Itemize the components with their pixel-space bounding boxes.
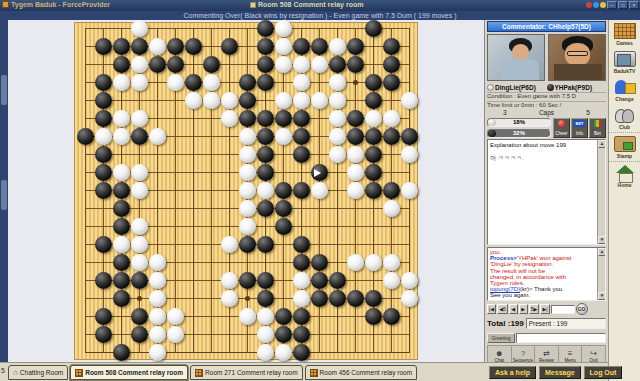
- minimize-button[interactable]: ─: [607, 1, 617, 9]
- white-stone: [311, 56, 328, 73]
- black-stone: [167, 56, 184, 73]
- black-stone-icon: [547, 84, 554, 91]
- quit-icon: ↪: [590, 349, 597, 358]
- app-icon: [2, 1, 9, 8]
- white-stone: [167, 326, 184, 343]
- white-stone: [401, 146, 418, 163]
- white-stone: [257, 308, 274, 325]
- white-stone: [239, 200, 256, 217]
- black-stone: [257, 146, 274, 163]
- white-stone: [383, 110, 400, 127]
- white-stone: [149, 308, 166, 325]
- white-stone: [293, 74, 310, 91]
- black-stone: [257, 110, 274, 127]
- white-stone: [167, 308, 184, 325]
- black-stone: [113, 56, 130, 73]
- black-stone: [95, 74, 112, 91]
- cheer-button[interactable]: Cheer: [553, 118, 570, 138]
- black-stone: [365, 20, 382, 37]
- black-stone: [95, 38, 112, 55]
- tray-icon-red[interactable]: [586, 2, 592, 8]
- white-stone: [365, 254, 382, 271]
- white-stone: [347, 254, 364, 271]
- white-stone: [131, 182, 148, 199]
- title-bar: Tygem Baduk - ForceProvider Room 508 Com…: [0, 0, 640, 11]
- white-stone: [203, 74, 220, 91]
- black-player-name-row: YHPak(P9D): [547, 82, 607, 92]
- white-stone: [293, 56, 310, 73]
- bottom-tab-bar: 5 ⌂ Chatting Room Room 508 Comment relay…: [0, 362, 608, 381]
- white-stone: [221, 290, 238, 307]
- white-stone-icon: [487, 84, 494, 91]
- white-stone: [257, 344, 274, 361]
- dock-handle[interactable]: [1, 180, 7, 210]
- chat-line: 'DingLie' by resignation.: [490, 261, 553, 267]
- white-stone: [329, 92, 346, 109]
- black-stone: [293, 182, 310, 199]
- message-button[interactable]: Message: [539, 366, 581, 379]
- black-stone: [149, 56, 166, 73]
- black-stone: [257, 290, 274, 307]
- goban: [74, 22, 418, 360]
- white-player-photo: [487, 34, 545, 81]
- change-icon: [614, 79, 636, 95]
- white-stone: [131, 254, 148, 271]
- white-stone: [239, 308, 256, 325]
- black-stone: [113, 200, 130, 217]
- white-stone: [239, 146, 256, 163]
- sidebar-item-games[interactable]: Games: [609, 20, 640, 48]
- board-icon: [75, 369, 83, 377]
- chat-line: Process>: [490, 255, 517, 261]
- black-stone: [95, 272, 112, 289]
- white-stone: [293, 272, 310, 289]
- white-stone: [149, 254, 166, 271]
- white-stone: [275, 38, 292, 55]
- black-stone: [347, 110, 364, 127]
- explanation-body: 아 ㅋㅋㅋㅋ.: [488, 149, 605, 163]
- scroll-down-icon[interactable]: ▼: [598, 236, 606, 244]
- black-stone: [275, 308, 292, 325]
- black-stone: [257, 128, 274, 145]
- chat-line: The result will not be: [490, 268, 545, 274]
- white-stone: [365, 110, 382, 127]
- greeting-button[interactable]: Greeting: [487, 333, 515, 343]
- black-stone: [275, 110, 292, 127]
- bet-icon: [594, 120, 601, 127]
- black-stone: [203, 56, 220, 73]
- white-stone: [131, 56, 148, 73]
- last-move-stone: [311, 164, 328, 181]
- nav-first-button[interactable]: |◀: [487, 304, 496, 314]
- black-stone: [347, 128, 364, 145]
- black-stone: [185, 38, 202, 55]
- white-stone: [149, 344, 166, 361]
- black-stone: [257, 236, 274, 253]
- white-stone: [149, 128, 166, 145]
- cheer-icon: [558, 120, 565, 127]
- black-stone: [311, 272, 328, 289]
- scroll-up-icon[interactable]: ▲: [598, 248, 606, 256]
- white-stone: [149, 272, 166, 289]
- black-stone: [293, 254, 310, 271]
- sequence-icon: ?: [521, 349, 525, 358]
- black-stone: [329, 290, 346, 307]
- white-stone: [275, 20, 292, 37]
- black-stone: [401, 128, 418, 145]
- black-stone: [293, 326, 310, 343]
- black-stone: [275, 200, 292, 217]
- home-icon: ⌂: [13, 369, 18, 377]
- black-stone: [365, 182, 382, 199]
- ask-help-button[interactable]: Ask a help: [489, 366, 536, 379]
- sidebar-item-baduktv[interactable]: BadukTV: [609, 48, 640, 76]
- chat-scrollbar[interactable]: ▲ ▼: [597, 248, 605, 300]
- goban-grid[interactable]: [85, 28, 410, 353]
- go-button[interactable]: GO: [576, 303, 588, 315]
- black-stone: [257, 20, 274, 37]
- menu-icon: ≡: [568, 349, 573, 358]
- white-stone: [275, 56, 292, 73]
- board-icon: [310, 369, 318, 377]
- black-stone: [383, 128, 400, 145]
- white-cheer-bar[interactable]: 18%: [487, 118, 551, 127]
- white-stone: [131, 164, 148, 181]
- white-stone: [221, 272, 238, 289]
- white-stone: [113, 74, 130, 91]
- black-stone: [239, 110, 256, 127]
- white-stone: [185, 92, 202, 109]
- time-limit-line: Time limit ur 0min : 60 Sec /: [487, 101, 606, 110]
- board-area: [8, 20, 484, 362]
- sidebar-item-club[interactable]: Club: [609, 104, 640, 132]
- tv-icon: [614, 51, 636, 67]
- black-stone: [311, 290, 328, 307]
- black-stone: [329, 272, 346, 289]
- chat-input[interactable]: [516, 333, 606, 343]
- white-stone: [149, 38, 166, 55]
- white-stone: [221, 236, 238, 253]
- black-stone: [257, 74, 274, 91]
- black-stone: [311, 254, 328, 271]
- black-stone: [95, 146, 112, 163]
- black-stone: [293, 38, 310, 55]
- black-stone: [131, 128, 148, 145]
- black-stone: [257, 56, 274, 73]
- black-stone: [383, 182, 400, 199]
- white-stone: [221, 92, 238, 109]
- caps-white: 3: [503, 109, 507, 117]
- white-stone: [383, 254, 400, 271]
- black-stone: [257, 272, 274, 289]
- white-stone: [329, 146, 346, 163]
- white-stone: [257, 326, 274, 343]
- move-number-input[interactable]: [551, 305, 575, 314]
- black-stone: [95, 110, 112, 127]
- nav-forward-button[interactable]: ▶: [519, 304, 528, 314]
- chat-line: See you again.: [490, 292, 530, 298]
- chat-icon: ☻: [495, 349, 503, 358]
- white-stone: [149, 290, 166, 307]
- black-stone: [347, 290, 364, 307]
- black-stone: [95, 92, 112, 109]
- white-player-name: DingLie(P6D): [495, 84, 536, 91]
- window-title: Tygem Baduk - ForceProvider: [11, 1, 110, 8]
- black-stone: [383, 38, 400, 55]
- black-stone: [293, 236, 310, 253]
- white-stone: [401, 182, 418, 199]
- chat-line: changed, in accordance with: [490, 274, 566, 280]
- black-player-photo: [548, 34, 606, 81]
- tab-room-508[interactable]: Room 508 Comment relay room: [70, 365, 188, 380]
- black-stone: [365, 290, 382, 307]
- black-stone: [131, 308, 148, 325]
- black-stone: [221, 38, 238, 55]
- black-stone: [167, 38, 184, 55]
- tab-room-456[interactable]: Room 456 Comment relay room: [305, 365, 417, 380]
- info-label: Info: [576, 131, 584, 136]
- white-stone: [221, 110, 238, 127]
- black-player-name: YHPak(P9D): [555, 84, 593, 91]
- white-stone: [329, 38, 346, 55]
- logout-button[interactable]: Log Out: [584, 366, 623, 379]
- white-stone: [131, 74, 148, 91]
- club-icon: [614, 107, 636, 123]
- bet-badge: BET: [574, 120, 585, 127]
- black-stone: [95, 308, 112, 325]
- sidebar-item-home[interactable]: Home: [609, 161, 640, 190]
- white-stone: [239, 218, 256, 235]
- black-stone: [113, 254, 130, 271]
- total-moves-label: Total :199: [487, 319, 524, 328]
- star-point: [353, 80, 358, 85]
- close-button[interactable]: ×: [629, 1, 639, 9]
- white-stone: [329, 74, 346, 91]
- black-stone: [257, 200, 274, 217]
- white-stone: [401, 272, 418, 289]
- black-bar-value: 32%: [488, 130, 550, 137]
- black-stone: [365, 92, 382, 109]
- black-stone: [113, 272, 130, 289]
- present-move-box: Present : 199: [526, 318, 606, 329]
- black-stone: [329, 56, 346, 73]
- white-stone: [131, 236, 148, 253]
- tab-overflow-count: 5: [1, 367, 5, 374]
- black-stone: [239, 74, 256, 91]
- black-stone: [365, 164, 382, 181]
- black-stone: [113, 182, 130, 199]
- black-stone: [131, 272, 148, 289]
- condition-line: Condition : Even game with 7.5 D: [487, 92, 606, 101]
- black-stone: [347, 56, 364, 73]
- chat-line: Tygem rules.: [490, 280, 524, 286]
- white-stone: [329, 128, 346, 145]
- black-stone: [293, 308, 310, 325]
- black-stone: [131, 38, 148, 55]
- star-point: [137, 296, 142, 301]
- tab-room-271[interactable]: Room 271 Comment relay room: [190, 365, 302, 380]
- black-stone: [239, 92, 256, 109]
- sidebar-item-change[interactable]: Change: [609, 76, 640, 104]
- black-stone: [383, 308, 400, 325]
- black-stone: [383, 74, 400, 91]
- chat-lines: you. Process>'YHPak' won against 'DingLi…: [488, 248, 605, 299]
- black-stone: [113, 344, 130, 361]
- white-stone: [293, 92, 310, 109]
- black-stone: [293, 110, 310, 127]
- tray-icon-yellow[interactable]: [600, 2, 606, 8]
- black-stone: [275, 218, 292, 235]
- white-stone: [113, 128, 130, 145]
- caps-black: 5: [586, 109, 590, 117]
- white-stone: [275, 92, 292, 109]
- bet-button[interactable]: Bet: [589, 118, 606, 138]
- black-stone: [77, 128, 94, 145]
- explanation-box: Explanation about move 199 아 ㅋㅋㅋㅋ. ▲ ▼: [487, 139, 606, 245]
- white-stone: [113, 236, 130, 253]
- scroll-down-icon[interactable]: ▼: [598, 292, 606, 300]
- black-stone: [95, 236, 112, 253]
- board-icon: [195, 369, 203, 377]
- white-stone: [311, 92, 328, 109]
- black-stone: [365, 308, 382, 325]
- black-stone: [95, 164, 112, 181]
- white-stone: [311, 182, 328, 199]
- black-stone: [113, 290, 130, 307]
- explanation-scrollbar[interactable]: ▲ ▼: [597, 140, 605, 244]
- nav-forward5-button[interactable]: 5▶: [529, 304, 540, 314]
- room-icon: [250, 2, 256, 8]
- white-stone: [275, 128, 292, 145]
- sidebar-item-stamp[interactable]: Stamp: [609, 132, 640, 161]
- black-stone: [293, 146, 310, 163]
- white-stone: [401, 290, 418, 307]
- black-stone: [257, 164, 274, 181]
- black-stone: [113, 218, 130, 235]
- review-icon: ⇄: [543, 349, 550, 358]
- move-nav-row: |◀ ◀5 ◀ ▶ 5▶ ▶| GO: [487, 303, 606, 315]
- stamp-icon: [614, 136, 636, 152]
- app-window: Tygem Baduk - ForceProvider Room 508 Com…: [0, 0, 640, 381]
- white-stone: [347, 182, 364, 199]
- white-stone: [347, 146, 364, 163]
- white-stone: [275, 344, 292, 361]
- bet-info-button[interactable]: BET Info: [571, 118, 588, 138]
- white-stone: [113, 110, 130, 127]
- white-stone: [239, 164, 256, 181]
- white-bar-value: 18%: [488, 119, 550, 126]
- black-stone: [311, 38, 328, 55]
- white-stone: [203, 92, 220, 109]
- white-stone: [329, 110, 346, 127]
- titlebar-room-label: Room 508 Comment relay room: [258, 1, 363, 8]
- chat-user-link[interactable]: topung(7D): [490, 286, 520, 292]
- black-stone: [293, 128, 310, 145]
- white-stone: [149, 326, 166, 343]
- white-stone: [257, 182, 274, 199]
- black-stone: [95, 326, 112, 343]
- white-stone: [131, 218, 148, 235]
- black-stone: [275, 182, 292, 199]
- black-stone: [239, 236, 256, 253]
- black-stone: [365, 128, 382, 145]
- tab-chatting-room[interactable]: ⌂ Chatting Room: [8, 365, 68, 380]
- cheer-label: Cheer: [555, 131, 567, 136]
- white-stone: [95, 128, 112, 145]
- scroll-up-icon[interactable]: ▲: [598, 140, 606, 148]
- white-stone: [401, 92, 418, 109]
- home-icon: [614, 165, 636, 181]
- right-sidebar: Games BadukTV Change Club Stamp Home: [608, 20, 640, 381]
- caps-label: Caps: [539, 109, 554, 117]
- white-player-name-row: DingLie(P6D): [487, 82, 547, 92]
- black-stone: [275, 326, 292, 343]
- black-stone: [239, 272, 256, 289]
- star-point: [245, 296, 250, 301]
- black-stone: [113, 38, 130, 55]
- dock-handle[interactable]: [1, 75, 7, 105]
- white-stone: [239, 128, 256, 145]
- maximize-button[interactable]: □: [618, 1, 628, 9]
- black-stone: [365, 146, 382, 163]
- nav-last-button[interactable]: ▶|: [540, 304, 549, 314]
- black-stone: [365, 74, 382, 91]
- white-stone: [167, 74, 184, 91]
- white-stone: [383, 272, 400, 289]
- black-stone: [131, 326, 148, 343]
- white-stone: [113, 164, 130, 181]
- white-stone: [383, 200, 400, 217]
- white-stone: [131, 110, 148, 127]
- nav-back5-button[interactable]: ◀5: [497, 304, 508, 314]
- explanation-title: Explanation about move 199: [488, 140, 605, 149]
- game-info-panel: Commentator: CHhelp57(5D) DingLie(P6D) Y…: [484, 20, 608, 362]
- chat-box: you. Process>'YHPak' won against 'DingLi…: [487, 247, 606, 301]
- white-stone: [131, 20, 148, 37]
- white-stone: [347, 164, 364, 181]
- game-status-line: Commenting Over( Black wins by resignati…: [0, 11, 640, 20]
- black-stone: [257, 38, 274, 55]
- black-stone: [185, 74, 202, 91]
- white-stone: [239, 182, 256, 199]
- black-stone: [293, 344, 310, 361]
- tray-icon-blue[interactable]: [593, 2, 599, 8]
- black-stone: [95, 182, 112, 199]
- left-dock-strip: [0, 20, 8, 362]
- white-stone: [293, 290, 310, 307]
- black-cheer-bar[interactable]: 32%: [487, 129, 551, 138]
- nav-back-button[interactable]: ◀: [509, 304, 518, 314]
- commentator-header: Commentator: CHhelp57(5D): [487, 21, 606, 32]
- black-stone: [347, 38, 364, 55]
- caps-row: 3 Caps 5: [487, 109, 606, 117]
- goban-icon: [614, 23, 636, 39]
- black-stone: [383, 56, 400, 73]
- bet-label: Bet: [594, 131, 601, 136]
